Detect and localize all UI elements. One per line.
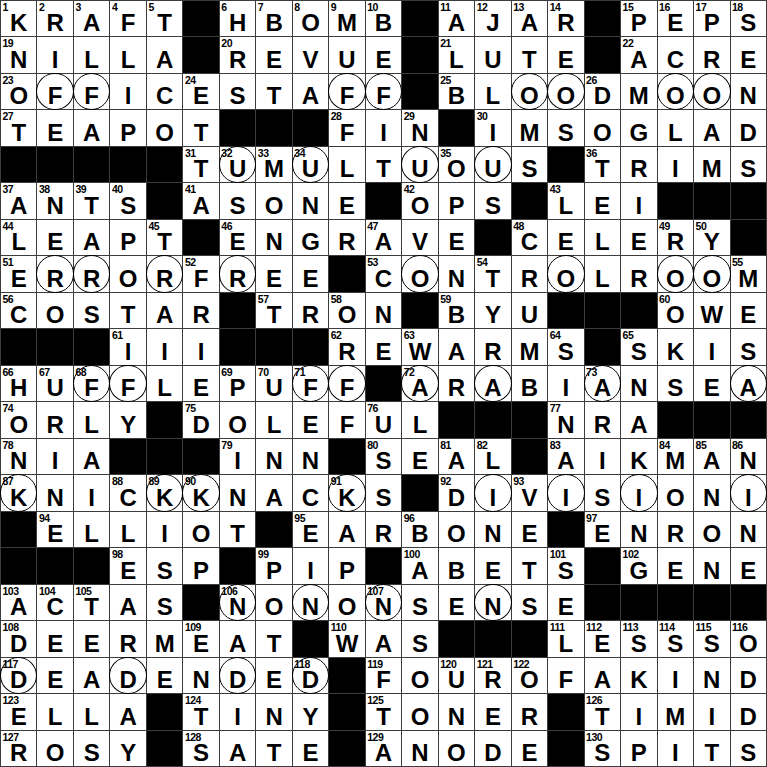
cell-r11c19[interactable]: S: [658, 366, 693, 401]
cell-r15c19[interactable]: R: [658, 512, 693, 547]
cell-r16c4[interactable]: 98E: [110, 548, 145, 583]
cell-r9c4[interactable]: T: [110, 293, 145, 328]
cell-r20c20[interactable]: I: [694, 694, 729, 729]
cell-r12c17[interactable]: R: [585, 402, 620, 437]
cell-r6c4[interactable]: 40S: [110, 183, 145, 218]
cell-r9c6[interactable]: R: [183, 293, 218, 328]
cell-r5c17[interactable]: 36T: [585, 147, 620, 182]
cell-r15c13[interactable]: O: [439, 512, 474, 547]
cell-r13c9[interactable]: N: [293, 439, 328, 474]
cell-r15c6[interactable]: O: [183, 512, 218, 547]
cell-r12c4[interactable]: Y: [110, 402, 145, 437]
cell-r10c15[interactable]: M: [512, 329, 547, 364]
cell-r10c5[interactable]: I: [147, 329, 182, 364]
cell-r14c20[interactable]: N: [694, 475, 729, 510]
cell-r7c10[interactable]: R: [329, 220, 364, 255]
cell-r18c17[interactable]: 112E: [585, 621, 620, 656]
cell-r8c15[interactable]: R: [512, 256, 547, 291]
cell-r18c19[interactable]: 114S: [658, 621, 693, 656]
cell-r4c14[interactable]: 30I: [475, 110, 510, 145]
cell-r14c18[interactable]: I: [621, 475, 656, 510]
cell-r13c19[interactable]: 84M: [658, 439, 693, 474]
cell-r18c2[interactable]: E: [37, 621, 72, 656]
cell-r1c16[interactable]: 14R: [548, 1, 583, 36]
cell-r5c8[interactable]: 33M: [256, 147, 291, 182]
cell-r5c7[interactable]: 32U: [220, 147, 255, 182]
cell-r7c19[interactable]: 49R: [658, 220, 693, 255]
cell-r16c6[interactable]: P: [183, 548, 218, 583]
cell-r8c6[interactable]: 52F: [183, 256, 218, 291]
cell-r14c7[interactable]: N: [220, 475, 255, 510]
cell-r6c18[interactable]: I: [621, 183, 656, 218]
cell-r1c8[interactable]: 7B: [256, 1, 291, 36]
cell-r8c3[interactable]: R: [74, 256, 109, 291]
cell-r19c20[interactable]: N: [694, 658, 729, 693]
cell-r9c10[interactable]: 58O: [329, 293, 364, 328]
cell-r6c12[interactable]: 42O: [402, 183, 437, 218]
cell-r19c19[interactable]: I: [658, 658, 693, 693]
cell-r14c3[interactable]: I: [74, 475, 109, 510]
cell-r12c6[interactable]: 75D: [183, 402, 218, 437]
cell-r16c15[interactable]: T: [512, 548, 547, 583]
cell-r7c9[interactable]: G: [293, 220, 328, 255]
cell-r17c13[interactable]: E: [439, 585, 474, 620]
cell-r11c5[interactable]: L: [147, 366, 182, 401]
cell-r15c4[interactable]: L: [110, 512, 145, 547]
cell-r3c5[interactable]: C: [147, 74, 182, 109]
cell-r19c15[interactable]: 122O: [512, 658, 547, 693]
cell-r12c12[interactable]: L: [402, 402, 437, 437]
cell-r13c21[interactable]: 86N: [731, 439, 766, 474]
cell-r21c19[interactable]: I: [658, 731, 693, 766]
cell-r21c2[interactable]: O: [37, 731, 72, 766]
cell-r3c16[interactable]: O: [548, 74, 583, 109]
cell-r2c11[interactable]: E: [366, 37, 401, 72]
cell-r21c18[interactable]: P: [621, 731, 656, 766]
cell-r20c13[interactable]: N: [439, 694, 474, 729]
cell-r7c18[interactable]: E: [621, 220, 656, 255]
cell-r4c17[interactable]: O: [585, 110, 620, 145]
cell-r13c7[interactable]: 79I: [220, 439, 255, 474]
cell-r10c14[interactable]: R: [475, 329, 510, 364]
cell-r13c20[interactable]: 85A: [694, 439, 729, 474]
cell-r9c9[interactable]: R: [293, 293, 328, 328]
cell-r11c9[interactable]: 71F: [293, 366, 328, 401]
cell-r7c16[interactable]: E: [548, 220, 583, 255]
cell-r17c12[interactable]: S: [402, 585, 437, 620]
cell-r10c11[interactable]: E: [366, 329, 401, 364]
cell-r4c15[interactable]: M: [512, 110, 547, 145]
cell-r18c4[interactable]: R: [110, 621, 145, 656]
cell-r21c11[interactable]: 129A: [366, 731, 401, 766]
cell-r7c12[interactable]: V: [402, 220, 437, 255]
cell-r21c13[interactable]: O: [439, 731, 474, 766]
cell-r19c6[interactable]: N: [183, 658, 218, 693]
cell-r16c9[interactable]: I: [293, 548, 328, 583]
cell-r14c5[interactable]: 89K: [147, 475, 182, 510]
cell-r10c16[interactable]: 64S: [548, 329, 583, 364]
cell-r18c21[interactable]: 116O: [731, 621, 766, 656]
cell-r19c11[interactable]: 119F: [366, 658, 401, 693]
cell-r3c20[interactable]: O: [694, 74, 729, 109]
cell-r8c2[interactable]: R: [37, 256, 72, 291]
cell-r19c1[interactable]: 117D: [1, 658, 36, 693]
cell-r12c10[interactable]: F: [329, 402, 364, 437]
cell-r12c1[interactable]: 74O: [1, 402, 36, 437]
cell-r8c13[interactable]: N: [439, 256, 474, 291]
cell-r7c7[interactable]: 46E: [220, 220, 255, 255]
cell-r8c11[interactable]: 53C: [366, 256, 401, 291]
cell-r3c17[interactable]: 26D: [585, 74, 620, 109]
cell-r6c2[interactable]: 38N: [37, 183, 72, 218]
cell-r1c18[interactable]: 15P: [621, 1, 656, 36]
cell-r9c11[interactable]: N: [366, 293, 401, 328]
cell-r20c19[interactable]: M: [658, 694, 693, 729]
cell-r5c9[interactable]: 34U: [293, 147, 328, 182]
cell-r2c8[interactable]: E: [256, 37, 291, 72]
cell-r16c19[interactable]: E: [658, 548, 693, 583]
cell-r15c3[interactable]: L: [74, 512, 109, 547]
cell-r4c3[interactable]: A: [74, 110, 109, 145]
cell-r6c10[interactable]: E: [329, 183, 364, 218]
cell-r15c12[interactable]: 96B: [402, 512, 437, 547]
cell-r14c11[interactable]: S: [366, 475, 401, 510]
cell-r14c4[interactable]: 88C: [110, 475, 145, 510]
cell-r15c21[interactable]: N: [731, 512, 766, 547]
cell-r14c13[interactable]: 92D: [439, 475, 474, 510]
cell-r13c2[interactable]: I: [37, 439, 72, 474]
cell-r3c3[interactable]: F: [74, 74, 109, 109]
cell-r15c17[interactable]: 97E: [585, 512, 620, 547]
cell-r12c16[interactable]: 77N: [548, 402, 583, 437]
cell-r10c6[interactable]: I: [183, 329, 218, 364]
cell-r21c3[interactable]: S: [74, 731, 109, 766]
cell-r2c7[interactable]: 20R: [220, 37, 255, 72]
cell-r19c4[interactable]: D: [110, 658, 145, 693]
cell-r15c2[interactable]: 94E: [37, 512, 72, 547]
cell-r1c4[interactable]: 4F: [110, 1, 145, 36]
cell-r8c4[interactable]: O: [110, 256, 145, 291]
cell-r12c9[interactable]: E: [293, 402, 328, 437]
cell-r21c21[interactable]: S: [731, 731, 766, 766]
cell-r20c7[interactable]: I: [220, 694, 255, 729]
cell-r18c6[interactable]: 109E: [183, 621, 218, 656]
cell-r17c14[interactable]: N: [475, 585, 510, 620]
cell-r3c14[interactable]: L: [475, 74, 510, 109]
cell-r19c16[interactable]: F: [548, 658, 583, 693]
cell-r6c8[interactable]: O: [256, 183, 291, 218]
cell-r9c13[interactable]: 59B: [439, 293, 474, 328]
cell-r3c19[interactable]: O: [658, 74, 693, 109]
cell-r18c18[interactable]: 113S: [621, 621, 656, 656]
cell-r20c14[interactable]: E: [475, 694, 510, 729]
cell-r17c10[interactable]: O: [329, 585, 364, 620]
cell-r2c20[interactable]: R: [694, 37, 729, 72]
cell-r6c1[interactable]: 37A: [1, 183, 36, 218]
cell-r9c5[interactable]: A: [147, 293, 182, 328]
cell-r3c13[interactable]: 25B: [439, 74, 474, 109]
cell-r8c16[interactable]: O: [548, 256, 583, 291]
cell-r9c21[interactable]: E: [731, 293, 766, 328]
cell-r14c6[interactable]: 90K: [183, 475, 218, 510]
cell-r21c15[interactable]: E: [512, 731, 547, 766]
cell-r7c4[interactable]: P: [110, 220, 145, 255]
cell-r18c10[interactable]: 110W: [329, 621, 364, 656]
cell-r3c8[interactable]: T: [256, 74, 291, 109]
cell-r16c13[interactable]: B: [439, 548, 474, 583]
cell-r19c8[interactable]: E: [256, 658, 291, 693]
cell-r5c11[interactable]: T: [366, 147, 401, 182]
cell-r21c7[interactable]: A: [220, 731, 255, 766]
cell-r10c20[interactable]: I: [694, 329, 729, 364]
cell-r11c21[interactable]: A: [731, 366, 766, 401]
cell-r19c17[interactable]: A: [585, 658, 620, 693]
cell-r7c2[interactable]: E: [37, 220, 72, 255]
cell-r9c15[interactable]: U: [512, 293, 547, 328]
cell-r3c21[interactable]: N: [731, 74, 766, 109]
cell-r16c21[interactable]: E: [731, 548, 766, 583]
cell-r17c1[interactable]: 103A: [1, 585, 36, 620]
cell-r14c14[interactable]: I: [475, 475, 510, 510]
cell-r20c2[interactable]: L: [37, 694, 72, 729]
cell-r18c12[interactable]: S: [402, 621, 437, 656]
cell-r4c6[interactable]: T: [183, 110, 218, 145]
cell-r13c16[interactable]: 83A: [548, 439, 583, 474]
cell-r6c13[interactable]: P: [439, 183, 474, 218]
cell-r3c11[interactable]: F: [366, 74, 401, 109]
cell-r16c5[interactable]: S: [147, 548, 182, 583]
cell-r16c18[interactable]: 102G: [621, 548, 656, 583]
cell-r13c3[interactable]: A: [74, 439, 109, 474]
cell-r11c13[interactable]: R: [439, 366, 474, 401]
cell-r8c1[interactable]: 51E: [1, 256, 36, 291]
cell-r16c16[interactable]: 101S: [548, 548, 583, 583]
cell-r7c8[interactable]: N: [256, 220, 291, 255]
cell-r21c4[interactable]: Y: [110, 731, 145, 766]
cell-r21c14[interactable]: D: [475, 731, 510, 766]
cell-r1c19[interactable]: 16E: [658, 1, 693, 36]
cell-r2c1[interactable]: 19N: [1, 37, 36, 72]
cell-r18c8[interactable]: T: [256, 621, 291, 656]
cell-r11c6[interactable]: E: [183, 366, 218, 401]
cell-r3c18[interactable]: M: [621, 74, 656, 109]
cell-r10c10[interactable]: 62R: [329, 329, 364, 364]
cell-r17c15[interactable]: S: [512, 585, 547, 620]
cell-r11c8[interactable]: 70U: [256, 366, 291, 401]
cell-r1c7[interactable]: 6H: [220, 1, 255, 36]
cell-r13c11[interactable]: 80S: [366, 439, 401, 474]
cell-r2c16[interactable]: E: [548, 37, 583, 72]
cell-r20c21[interactable]: D: [731, 694, 766, 729]
cell-r17c3[interactable]: 105T: [74, 585, 109, 620]
cell-r4c18[interactable]: G: [621, 110, 656, 145]
cell-r1c3[interactable]: 3A: [74, 1, 109, 36]
cell-r3c15[interactable]: O: [512, 74, 547, 109]
cell-r2c14[interactable]: U: [475, 37, 510, 72]
cell-r5c14[interactable]: U: [475, 147, 510, 182]
cell-r1c20[interactable]: 17P: [694, 1, 729, 36]
cell-r20c3[interactable]: L: [74, 694, 109, 729]
cell-r1c13[interactable]: 11A: [439, 1, 474, 36]
cell-r3c4[interactable]: I: [110, 74, 145, 109]
cell-r1c10[interactable]: 9M: [329, 1, 364, 36]
cell-r15c20[interactable]: O: [694, 512, 729, 547]
cell-r2c18[interactable]: 22A: [621, 37, 656, 72]
cell-r9c8[interactable]: 57T: [256, 293, 291, 328]
cell-r2c2[interactable]: I: [37, 37, 72, 72]
cell-r5c15[interactable]: S: [512, 147, 547, 182]
cell-r11c7[interactable]: 69P: [220, 366, 255, 401]
cell-r3c7[interactable]: S: [220, 74, 255, 109]
cell-r5c21[interactable]: S: [731, 147, 766, 182]
cell-r4c4[interactable]: P: [110, 110, 145, 145]
cell-r19c14[interactable]: 121R: [475, 658, 510, 693]
cell-r7c13[interactable]: E: [439, 220, 474, 255]
cell-r19c9[interactable]: 118D: [293, 658, 328, 693]
cell-r19c2[interactable]: E: [37, 658, 72, 693]
cell-r10c4[interactable]: 61I: [110, 329, 145, 364]
cell-r11c1[interactable]: 66H: [1, 366, 36, 401]
cell-r21c1[interactable]: 127R: [1, 731, 36, 766]
cell-r17c5[interactable]: S: [147, 585, 182, 620]
cell-r8c18[interactable]: R: [621, 256, 656, 291]
cell-r4c21[interactable]: D: [731, 110, 766, 145]
cell-r14c17[interactable]: S: [585, 475, 620, 510]
cell-r9c3[interactable]: S: [74, 293, 109, 328]
cell-r1c15[interactable]: 13A: [512, 1, 547, 36]
cell-r12c3[interactable]: L: [74, 402, 109, 437]
cell-r2c5[interactable]: A: [147, 37, 182, 72]
cell-r19c3[interactable]: A: [74, 658, 109, 693]
cell-r14c9[interactable]: C: [293, 475, 328, 510]
cell-r16c8[interactable]: 99P: [256, 548, 291, 583]
cell-r11c20[interactable]: E: [694, 366, 729, 401]
cell-r8c9[interactable]: E: [293, 256, 328, 291]
cell-r5c6[interactable]: 31T: [183, 147, 218, 182]
cell-r8c19[interactable]: O: [658, 256, 693, 291]
cell-r13c12[interactable]: E: [402, 439, 437, 474]
cell-r15c10[interactable]: A: [329, 512, 364, 547]
cell-r9c2[interactable]: O: [37, 293, 72, 328]
cell-r14c15[interactable]: 93V: [512, 475, 547, 510]
cell-r11c2[interactable]: 67U: [37, 366, 72, 401]
cell-r18c20[interactable]: 115S: [694, 621, 729, 656]
cell-r4c5[interactable]: O: [147, 110, 182, 145]
cell-r20c8[interactable]: N: [256, 694, 291, 729]
cell-r10c13[interactable]: A: [439, 329, 474, 364]
cell-r17c8[interactable]: O: [256, 585, 291, 620]
cell-r15c14[interactable]: N: [475, 512, 510, 547]
cell-r9c14[interactable]: Y: [475, 293, 510, 328]
cell-r1c5[interactable]: 5T: [147, 1, 182, 36]
cell-r6c14[interactable]: S: [475, 183, 510, 218]
cell-r19c18[interactable]: K: [621, 658, 656, 693]
cell-r9c20[interactable]: W: [694, 293, 729, 328]
cell-r2c9[interactable]: V: [293, 37, 328, 72]
cell-r19c12[interactable]: O: [402, 658, 437, 693]
cell-r21c17[interactable]: 130S: [585, 731, 620, 766]
cell-r12c8[interactable]: L: [256, 402, 291, 437]
cell-r20c4[interactable]: A: [110, 694, 145, 729]
cell-r5c12[interactable]: U: [402, 147, 437, 182]
cell-r17c4[interactable]: A: [110, 585, 145, 620]
cell-r20c11[interactable]: 125T: [366, 694, 401, 729]
cell-r17c11[interactable]: 107N: [366, 585, 401, 620]
cell-r20c15[interactable]: R: [512, 694, 547, 729]
cell-r7c11[interactable]: 47A: [366, 220, 401, 255]
cell-r20c6[interactable]: 124T: [183, 694, 218, 729]
cell-r4c2[interactable]: E: [37, 110, 72, 145]
cell-r14c1[interactable]: 87K: [1, 475, 36, 510]
cell-r10c12[interactable]: 63W: [402, 329, 437, 364]
cell-r15c11[interactable]: R: [366, 512, 401, 547]
cell-r16c10[interactable]: P: [329, 548, 364, 583]
cell-r19c21[interactable]: D: [731, 658, 766, 693]
cell-r5c18[interactable]: R: [621, 147, 656, 182]
cell-r1c2[interactable]: 2R: [37, 1, 72, 36]
cell-r2c10[interactable]: U: [329, 37, 364, 72]
cell-r17c7[interactable]: 106N: [220, 585, 255, 620]
cell-r5c13[interactable]: 35O: [439, 147, 474, 182]
cell-r6c6[interactable]: 41A: [183, 183, 218, 218]
cell-r11c16[interactable]: I: [548, 366, 583, 401]
cell-r13c17[interactable]: I: [585, 439, 620, 474]
cell-r14c2[interactable]: N: [37, 475, 72, 510]
cell-r2c3[interactable]: L: [74, 37, 109, 72]
cell-r12c7[interactable]: O: [220, 402, 255, 437]
cell-r6c17[interactable]: E: [585, 183, 620, 218]
cell-r12c11[interactable]: 76U: [366, 402, 401, 437]
cell-r11c4[interactable]: F: [110, 366, 145, 401]
cell-r11c18[interactable]: N: [621, 366, 656, 401]
cell-r14c8[interactable]: A: [256, 475, 291, 510]
cell-r20c9[interactable]: Y: [293, 694, 328, 729]
cell-r14c19[interactable]: O: [658, 475, 693, 510]
cell-r12c2[interactable]: R: [37, 402, 72, 437]
cell-r6c7[interactable]: S: [220, 183, 255, 218]
cell-r18c5[interactable]: M: [147, 621, 182, 656]
cell-r1c14[interactable]: 12J: [475, 1, 510, 36]
cell-r11c12[interactable]: 72A: [402, 366, 437, 401]
cell-r15c18[interactable]: N: [621, 512, 656, 547]
cell-r15c9[interactable]: 95E: [293, 512, 328, 547]
cell-r1c11[interactable]: 10B: [366, 1, 401, 36]
cell-r11c10[interactable]: F: [329, 366, 364, 401]
cell-r6c9[interactable]: N: [293, 183, 328, 218]
cell-r20c17[interactable]: 126T: [585, 694, 620, 729]
cell-r4c12[interactable]: 29N: [402, 110, 437, 145]
cell-r7c20[interactable]: 50Y: [694, 220, 729, 255]
cell-r3c9[interactable]: A: [293, 74, 328, 109]
cell-r14c16[interactable]: I: [548, 475, 583, 510]
cell-r16c12[interactable]: 100A: [402, 548, 437, 583]
cell-r15c15[interactable]: E: [512, 512, 547, 547]
cell-r14c10[interactable]: 91K: [329, 475, 364, 510]
cell-r18c16[interactable]: 111L: [548, 621, 583, 656]
cell-r5c10[interactable]: L: [329, 147, 364, 182]
cell-r18c3[interactable]: E: [74, 621, 109, 656]
cell-r21c6[interactable]: 128S: [183, 731, 218, 766]
cell-r8c17[interactable]: L: [585, 256, 620, 291]
cell-r13c14[interactable]: 82L: [475, 439, 510, 474]
cell-r11c15[interactable]: B: [512, 366, 547, 401]
cell-r8c14[interactable]: 54T: [475, 256, 510, 291]
cell-r8c5[interactable]: R: [147, 256, 182, 291]
cell-r8c7[interactable]: R: [220, 256, 255, 291]
cell-r7c5[interactable]: 45T: [147, 220, 182, 255]
cell-r11c3[interactable]: 68F: [74, 366, 109, 401]
cell-r5c19[interactable]: I: [658, 147, 693, 182]
